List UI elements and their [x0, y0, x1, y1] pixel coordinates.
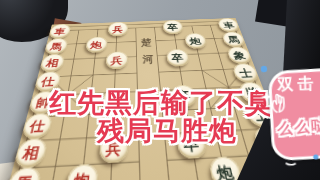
sticker-text-top: 双击	[277, 74, 318, 96]
piece-glyph: 象	[232, 50, 247, 60]
momo-sticker: 双击 么么哒	[257, 55, 320, 173]
blue-dot	[260, 66, 267, 73]
white-squiggle	[286, 163, 295, 166]
piece-black-cannon: 炮	[184, 33, 208, 49]
piece-red-elephant: 相	[39, 54, 65, 72]
piece-red-soldier: 兵	[107, 22, 127, 37]
sparkle-icon	[260, 90, 273, 103]
piece-black-soldier: 卒	[165, 49, 189, 67]
piece-glyph: 車	[222, 21, 235, 29]
piece-glyph: 士	[238, 67, 254, 78]
piece-glyph: 馬	[227, 35, 241, 44]
piece-glyph: 相	[21, 144, 40, 160]
piece-glyph: 炮	[73, 171, 91, 180]
rock-hand-icon	[272, 94, 285, 112]
piece-red-cannon: 炮	[64, 164, 98, 180]
piece-red-elephant: 相	[13, 138, 49, 168]
piece-glyph: 車	[54, 27, 67, 35]
blue-dot	[313, 154, 319, 160]
video-thumbnail: 楚 河 車馬相仕帥仕相馬車炮炮兵兵兵兵兵卒卒卒卒卒炮炮車馬象士將士象馬車 红先黑…	[0, 0, 320, 180]
piece-glyph: 仕	[29, 119, 47, 133]
piece-glyph: 兵	[112, 25, 123, 33]
piece-black-advisor: 士	[231, 63, 260, 83]
piece-glyph: 卒	[171, 53, 184, 63]
piece-black-elephant: 象	[226, 47, 253, 65]
piece-glyph: 兵	[110, 55, 122, 65]
piece-black-chariot: 車	[217, 18, 241, 32]
piece-glyph: 炮	[215, 163, 235, 180]
piece-glyph: 炮	[189, 36, 202, 45]
piece-glyph: 馬	[50, 42, 63, 51]
piece-red-chariot: 車	[48, 24, 71, 39]
piece-glyph: 炮	[90, 40, 102, 49]
piece-glyph: 卒	[167, 23, 179, 31]
piece-black-horse: 馬	[221, 32, 247, 48]
piece-glyph: 馬	[13, 174, 34, 180]
sticker-decorations	[257, 55, 320, 173]
piece-red-horse: 馬	[44, 38, 69, 55]
caption-line-2: 残局马胜炮	[97, 113, 237, 149]
piece-red-soldier: 兵	[105, 51, 128, 69]
piece-red-cannon: 炮	[85, 37, 108, 53]
sticker-text-bottom: 么么哒	[276, 116, 320, 139]
piece-black-soldier: 卒	[162, 20, 184, 35]
piece-glyph: 相	[45, 58, 59, 68]
